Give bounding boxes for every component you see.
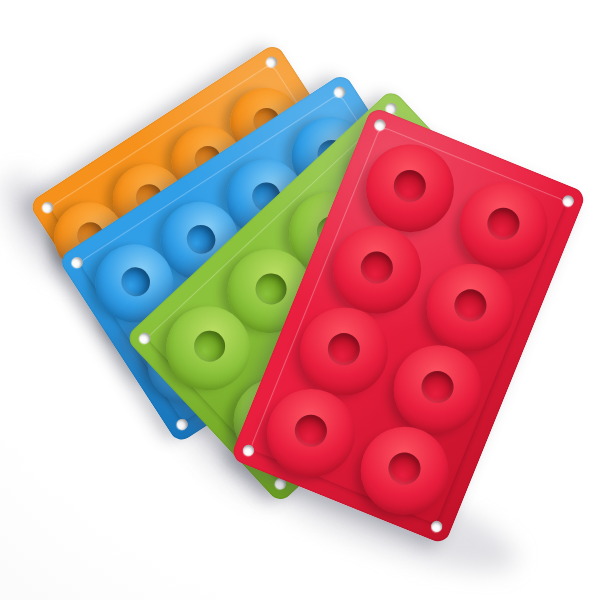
donut-dimple	[449, 284, 491, 326]
donut-dimple	[249, 267, 293, 311]
donut-dimple	[290, 409, 332, 451]
photo-canvas	[0, 0, 600, 600]
donut-dimple	[416, 366, 458, 408]
donut-dimple	[389, 165, 431, 207]
donut-dimple	[187, 324, 231, 368]
donut-dimple	[482, 202, 524, 244]
donut-dimple	[323, 328, 365, 370]
donut-dimple	[116, 262, 156, 302]
donut-dimple	[356, 246, 398, 288]
donut-dimple	[383, 447, 425, 489]
